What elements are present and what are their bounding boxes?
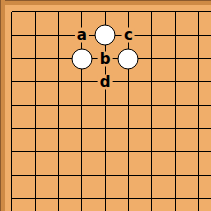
board-intersection[interactable]	[187, 94, 210, 117]
point-label-b: b	[98, 51, 113, 66]
grid-line-v	[58, 140, 59, 163]
board-intersection[interactable]	[117, 163, 140, 186]
grid-line-v	[175, 70, 176, 93]
white-stone	[71, 48, 92, 69]
point-label-a: a	[75, 28, 89, 43]
grid-line-v	[105, 140, 106, 163]
board-intersection[interactable]	[47, 187, 70, 210]
board-intersection[interactable]	[187, 47, 210, 70]
grid-line-h	[12, 11, 24, 12]
grid-line-h	[12, 198, 24, 199]
go-board: acbd	[0, 0, 211, 211]
board-intersection[interactable]	[163, 163, 186, 186]
board-frame-top	[0, 0, 211, 5]
grid-line-v	[81, 70, 82, 93]
board-intersection[interactable]	[163, 117, 186, 140]
grid-line-v	[175, 94, 176, 117]
board-intersection[interactable]	[187, 70, 210, 93]
point-label-c: c	[122, 28, 135, 43]
board-intersection[interactable]	[24, 94, 47, 117]
board-intersection[interactable]	[94, 24, 117, 47]
grid-line-v	[151, 47, 152, 70]
grid-line-v	[175, 12, 176, 24]
board-intersection[interactable]	[70, 140, 93, 163]
board-intersection[interactable]	[140, 117, 163, 140]
grid-line-h	[12, 105, 24, 106]
grid-line-v	[81, 12, 82, 24]
board-intersection[interactable]	[24, 70, 47, 93]
board-intersection[interactable]	[140, 163, 163, 186]
grid-line-v	[81, 94, 82, 117]
grid-line-v	[58, 47, 59, 70]
grid-line-v	[151, 163, 152, 186]
board-intersection[interactable]	[47, 117, 70, 140]
board-intersection[interactable]	[140, 70, 163, 93]
grid-line-h	[187, 175, 211, 176]
board-intersection[interactable]	[70, 94, 93, 117]
board-intersection[interactable]	[140, 187, 163, 210]
grid-line-v	[128, 12, 129, 24]
grid-line-h	[187, 198, 211, 199]
grid-line-v	[175, 24, 176, 47]
grid-line-v	[105, 12, 106, 24]
board-intersection[interactable]	[70, 70, 93, 93]
grid-line-v	[35, 24, 36, 47]
board-intersection[interactable]	[140, 24, 163, 47]
grid-line-v	[198, 140, 199, 163]
grid-line-v	[35, 12, 36, 24]
grid-line-v	[198, 47, 199, 70]
grid-line-h	[187, 58, 211, 59]
grid-line-v	[175, 47, 176, 70]
grid-line-v	[151, 140, 152, 163]
grid-line-v	[151, 187, 152, 211]
board-intersection[interactable]	[140, 94, 163, 117]
grid-line-v	[151, 12, 152, 24]
board-intersection[interactable]	[94, 163, 117, 186]
grid-line-v	[105, 117, 106, 140]
grid-line-v	[128, 187, 129, 211]
board-intersection[interactable]	[163, 47, 186, 70]
board-intersection[interactable]: d	[94, 70, 117, 93]
board-intersection[interactable]: a	[70, 24, 93, 47]
board-intersection[interactable]	[187, 117, 210, 140]
grid-line-h	[187, 35, 211, 36]
board-intersection[interactable]	[24, 163, 47, 186]
board-intersection[interactable]	[70, 47, 93, 70]
board-grid: acbd	[0, 0, 210, 210]
board-intersection[interactable]	[47, 163, 70, 186]
grid-line-v	[175, 187, 176, 211]
grid-line-v	[128, 94, 129, 117]
grid-line-v	[58, 24, 59, 47]
grid-line-v	[11, 70, 12, 93]
board-intersection[interactable]	[47, 70, 70, 93]
grid-line-v	[35, 163, 36, 186]
grid-line-v	[35, 94, 36, 117]
board-intersection[interactable]	[140, 47, 163, 70]
grid-line-v	[175, 117, 176, 140]
grid-line-v	[35, 187, 36, 211]
grid-line-v	[11, 94, 12, 117]
grid-line-v	[58, 163, 59, 186]
grid-line-h	[12, 128, 24, 129]
board-intersection[interactable]: b	[94, 47, 117, 70]
board-intersection[interactable]	[163, 187, 186, 210]
grid-line-v	[81, 187, 82, 211]
board-intersection[interactable]	[187, 187, 210, 210]
grid-line-v	[198, 24, 199, 47]
board-intersection[interactable]	[24, 187, 47, 210]
grid-line-v	[81, 117, 82, 140]
board-intersection[interactable]	[117, 70, 140, 93]
grid-line-v	[105, 94, 106, 117]
board-intersection[interactable]	[187, 163, 210, 186]
board-intersection[interactable]	[187, 140, 210, 163]
board-intersection[interactable]	[187, 24, 210, 47]
board-intersection[interactable]	[70, 117, 93, 140]
board-intersection[interactable]	[70, 163, 93, 186]
grid-line-v	[58, 187, 59, 211]
board-intersection[interactable]	[47, 94, 70, 117]
board-intersection[interactable]: c	[117, 24, 140, 47]
grid-line-h	[187, 11, 211, 12]
board-frame-left	[0, 0, 5, 211]
grid-line-h	[12, 81, 24, 82]
grid-line-v	[198, 70, 199, 93]
grid-line-v	[198, 12, 199, 24]
grid-line-v	[58, 117, 59, 140]
grid-line-v	[11, 12, 12, 24]
grid-line-h	[12, 151, 24, 152]
grid-line-v	[198, 187, 199, 211]
grid-line-v	[128, 140, 129, 163]
board-intersection[interactable]	[24, 117, 47, 140]
grid-line-v	[58, 70, 59, 93]
grid-line-v	[151, 94, 152, 117]
grid-line-v	[11, 47, 12, 70]
board-intersection[interactable]	[117, 117, 140, 140]
white-stone	[95, 25, 116, 46]
board-intersection[interactable]	[24, 24, 47, 47]
board-intersection[interactable]	[163, 70, 186, 93]
grid-line-h	[187, 151, 211, 152]
board-intersection[interactable]	[47, 140, 70, 163]
grid-line-h	[187, 128, 211, 129]
grid-line-v	[151, 117, 152, 140]
grid-line-h	[187, 81, 211, 82]
grid-line-v	[58, 12, 59, 24]
grid-line-v	[128, 163, 129, 186]
grid-line-v	[175, 140, 176, 163]
grid-line-h	[12, 175, 24, 176]
board-intersection[interactable]	[163, 140, 186, 163]
grid-line-h	[187, 105, 211, 106]
grid-line-v	[151, 24, 152, 47]
grid-line-v	[81, 140, 82, 163]
grid-line-v	[105, 187, 106, 211]
grid-line-v	[11, 187, 12, 211]
grid-line-v	[58, 94, 59, 117]
grid-line-v	[11, 24, 12, 47]
board-intersection[interactable]	[117, 140, 140, 163]
grid-line-v	[128, 117, 129, 140]
point-label-d: d	[98, 74, 113, 89]
grid-line-v	[175, 163, 176, 186]
grid-line-v	[151, 70, 152, 93]
board-intersection[interactable]	[117, 94, 140, 117]
grid-line-v	[35, 140, 36, 163]
grid-line-v	[128, 70, 129, 93]
board-intersection[interactable]	[163, 24, 186, 47]
white-stone	[118, 48, 139, 69]
board-intersection[interactable]	[24, 47, 47, 70]
board-intersection[interactable]	[24, 140, 47, 163]
grid-line-v	[35, 70, 36, 93]
board-intersection[interactable]	[117, 47, 140, 70]
board-intersection[interactable]	[94, 187, 117, 210]
grid-line-v	[11, 140, 12, 163]
grid-line-v	[198, 163, 199, 186]
board-intersection[interactable]	[94, 94, 117, 117]
grid-line-v	[11, 163, 12, 186]
board-intersection[interactable]	[47, 24, 70, 47]
grid-line-v	[11, 117, 12, 140]
grid-line-v	[105, 163, 106, 186]
grid-line-v	[81, 163, 82, 186]
board-intersection[interactable]	[117, 187, 140, 210]
board-intersection[interactable]	[47, 47, 70, 70]
grid-line-h	[12, 58, 24, 59]
board-intersection[interactable]	[70, 187, 93, 210]
grid-line-v	[198, 117, 199, 140]
board-intersection[interactable]	[94, 140, 117, 163]
grid-line-h	[12, 35, 24, 36]
grid-line-v	[35, 47, 36, 70]
board-intersection[interactable]	[94, 117, 117, 140]
grid-line-v	[35, 117, 36, 140]
board-intersection[interactable]	[163, 94, 186, 117]
board-intersection[interactable]	[140, 140, 163, 163]
grid-line-v	[198, 94, 199, 117]
